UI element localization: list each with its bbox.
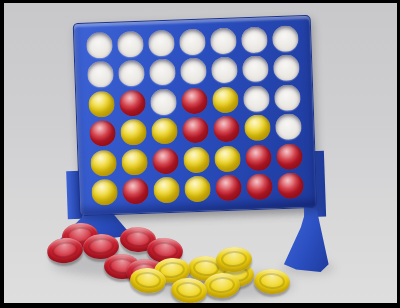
board-cell-r4c5-red[interactable] (213, 116, 240, 143)
board-cell-r3c7-empty[interactable] (274, 84, 301, 111)
board-cell-r4c6-yellow[interactable] (244, 115, 271, 142)
board-cell-r1c5-empty[interactable] (210, 28, 237, 55)
board-cell-r2c6-empty[interactable] (242, 56, 269, 83)
scene (4, 3, 397, 303)
board-cell-r1c1-empty[interactable] (86, 32, 113, 59)
board-cell-r3c3-empty[interactable] (150, 88, 177, 115)
board-cell-r5c7-red[interactable] (276, 143, 303, 170)
board-cell-r5c3-red[interactable] (152, 147, 179, 174)
board-cell-r3c4-red[interactable] (181, 87, 208, 114)
board-cell-r2c7-empty[interactable] (273, 55, 300, 82)
board-cell-r6c3-yellow[interactable] (153, 177, 180, 204)
board-cell-r2c4-empty[interactable] (180, 58, 207, 85)
board-cell-r4c2-yellow[interactable] (120, 119, 147, 146)
board-cell-r6c6-red[interactable] (246, 173, 273, 200)
board-cell-r6c7-red[interactable] (277, 172, 304, 199)
board-cell-r6c4-yellow[interactable] (184, 175, 211, 202)
board-cell-r2c2-empty[interactable] (118, 60, 145, 87)
board-cell-r2c3-empty[interactable] (149, 59, 176, 86)
board-cell-r1c7-empty[interactable] (272, 25, 299, 52)
board-cell-r1c4-empty[interactable] (179, 29, 206, 56)
board-cell-r2c1-empty[interactable] (87, 61, 114, 88)
board-cell-r4c3-yellow[interactable] (151, 118, 178, 145)
board-cell-r5c6-red[interactable] (245, 144, 272, 171)
board-cell-r4c1-red[interactable] (89, 120, 116, 147)
board-cell-r2c5-empty[interactable] (211, 57, 238, 84)
board-cell-r6c5-red[interactable] (215, 174, 242, 201)
board-cell-r1c2-empty[interactable] (117, 31, 144, 58)
board-cell-r6c1-yellow[interactable] (91, 179, 118, 206)
board-cell-r5c2-yellow[interactable] (121, 148, 148, 175)
board-cell-r1c6-empty[interactable] (241, 26, 268, 53)
board-cell-r5c4-yellow[interactable] (183, 146, 210, 173)
photo-frame (0, 0, 400, 308)
board-cell-r4c4-red[interactable] (182, 117, 209, 144)
board-cell-r6c2-red[interactable] (122, 178, 149, 205)
board-cell-r1c3-empty[interactable] (148, 30, 175, 57)
board-cell-r3c2-red[interactable] (119, 90, 146, 117)
board-cell-r5c5-yellow[interactable] (214, 145, 241, 172)
board-cell-r5c1-yellow[interactable] (90, 149, 117, 176)
board-grid (86, 25, 304, 205)
board-cell-r3c6-empty[interactable] (243, 85, 270, 112)
board-cell-r4c7-empty[interactable] (275, 113, 302, 140)
board-cell-r3c5-yellow[interactable] (212, 86, 239, 113)
board-cell-r3c1-yellow[interactable] (88, 91, 115, 118)
stand-right-foot (283, 208, 330, 272)
game-board (73, 15, 318, 216)
